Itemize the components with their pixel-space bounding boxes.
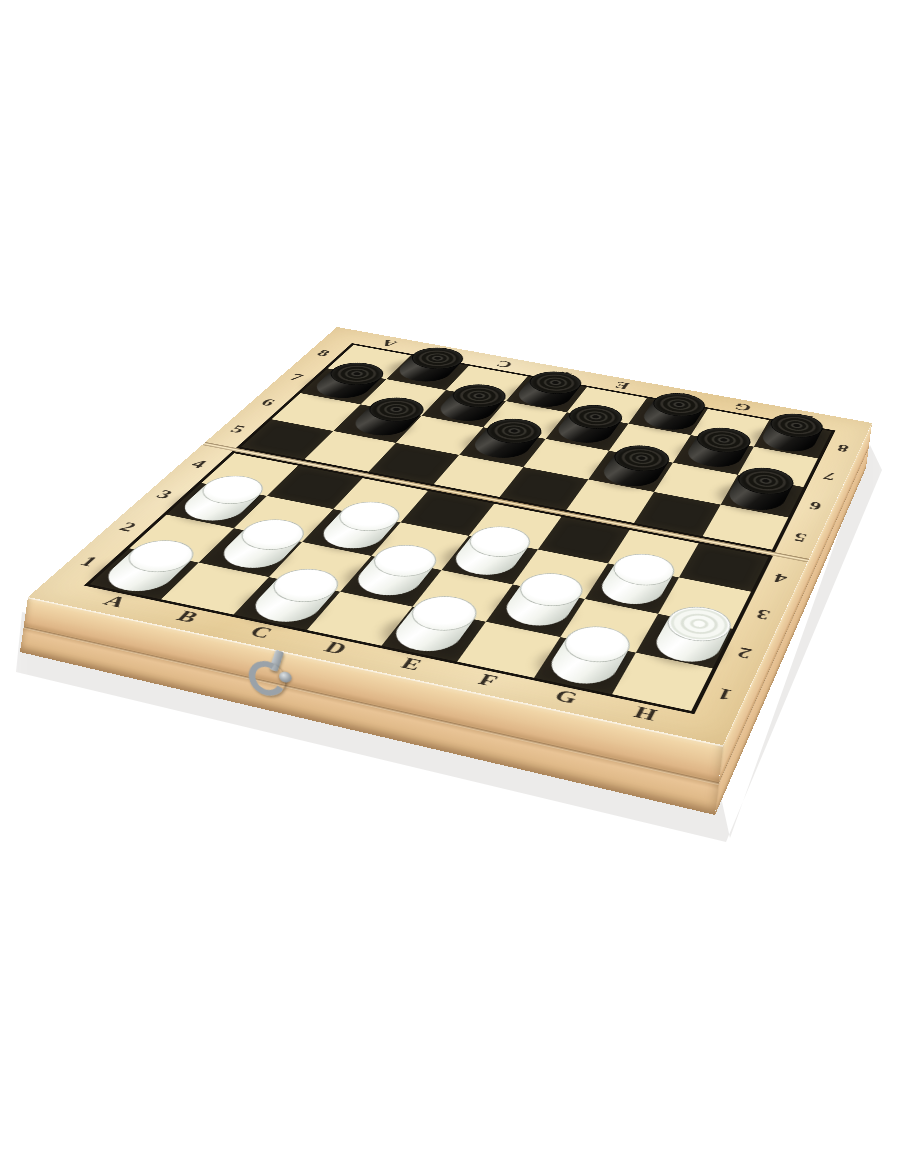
file-label-near-d: D [320,639,351,658]
rank-label-right-4: 4 [771,570,789,586]
file-label-near-a: A [99,593,131,611]
rank-label-left-2: 2 [115,520,140,535]
rank-label-left-1: 1 [75,554,102,570]
pieces-layer [337,327,872,423]
rank-label-right-2: 2 [735,644,755,662]
rank-label-left-5: 5 [227,423,249,435]
rank-label-right-1: 1 [714,685,735,704]
file-label-far-g: G [732,401,753,413]
rank-label-right-3: 3 [754,606,773,623]
rank-label-right-8: 8 [835,442,850,454]
rank-label-left-8: 8 [314,348,333,359]
rank-label-right-5: 5 [792,530,809,544]
file-label-far-a: A [378,338,401,349]
rank-label-left-3: 3 [152,488,176,502]
rank-label-left-7: 7 [286,372,306,383]
rank-label-right-6: 6 [807,499,824,513]
file-label-near-e: E [397,655,426,674]
rank-label-left-6: 6 [257,397,278,409]
file-label-near-c: C [245,623,276,642]
file-label-near-h: H [631,703,660,724]
checkers-set-product-photo: AABBCCDDEEFFGGHH1122334455667788 [0,0,900,1174]
file-label-far-e: E [612,379,632,391]
file-label-near-f: F [475,671,502,690]
rank-label-right-7: 7 [822,470,838,483]
file-label-far-c: C [493,358,515,369]
rank-label-left-4: 4 [187,457,210,470]
file-label-near-b: B [172,608,203,626]
file-label-near-g: G [551,687,581,708]
